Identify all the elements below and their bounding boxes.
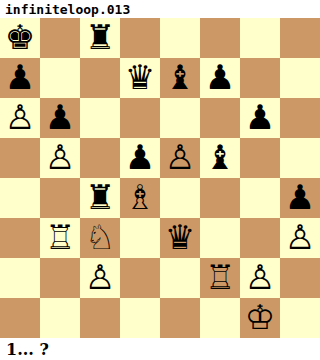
square-c6[interactable]: [80, 98, 120, 138]
square-f2[interactable]: ♖: [200, 258, 240, 298]
square-g8[interactable]: [240, 18, 280, 58]
square-d4[interactable]: ♗: [120, 178, 160, 218]
square-h6[interactable]: [280, 98, 320, 138]
square-f1[interactable]: [200, 298, 240, 338]
square-b2[interactable]: [40, 258, 80, 298]
square-g5[interactable]: [240, 138, 280, 178]
piece-black-pawn: ♟: [205, 57, 235, 97]
square-e1[interactable]: [160, 298, 200, 338]
square-g2[interactable]: ♙: [240, 258, 280, 298]
square-a7[interactable]: ♟: [0, 58, 40, 98]
square-f7[interactable]: ♟: [200, 58, 240, 98]
piece-black-queen: ♛: [165, 217, 195, 257]
square-e4[interactable]: [160, 178, 200, 218]
square-c7[interactable]: [80, 58, 120, 98]
square-c8[interactable]: ♜: [80, 18, 120, 58]
move-prompt: 1... ?: [0, 338, 320, 360]
square-f5[interactable]: ♝: [200, 138, 240, 178]
square-h2[interactable]: [280, 258, 320, 298]
piece-white-pawn: ♙: [165, 137, 195, 177]
square-b3[interactable]: ♖: [40, 218, 80, 258]
square-c4[interactable]: ♜: [80, 178, 120, 218]
square-f6[interactable]: [200, 98, 240, 138]
square-a2[interactable]: [0, 258, 40, 298]
piece-black-bishop: ♝: [165, 57, 195, 97]
square-a4[interactable]: [0, 178, 40, 218]
square-b1[interactable]: [40, 298, 80, 338]
chess-board: ♚♜♟♛♝♟♙♟♟♙♟♙♝♜♗♟♖♘♛♙♙♖♙♔: [0, 18, 320, 338]
piece-black-pawn: ♟: [245, 97, 275, 137]
square-g7[interactable]: [240, 58, 280, 98]
piece-white-king: ♔: [245, 297, 275, 337]
piece-black-rook: ♜: [85, 17, 115, 57]
square-d1[interactable]: [120, 298, 160, 338]
piece-black-pawn: ♟: [45, 97, 75, 137]
piece-white-pawn: ♙: [245, 257, 275, 297]
square-e5[interactable]: ♙: [160, 138, 200, 178]
square-a5[interactable]: [0, 138, 40, 178]
square-b7[interactable]: [40, 58, 80, 98]
square-e6[interactable]: [160, 98, 200, 138]
square-d7[interactable]: ♛: [120, 58, 160, 98]
square-h3[interactable]: ♙: [280, 218, 320, 258]
square-d5[interactable]: ♟: [120, 138, 160, 178]
square-f4[interactable]: [200, 178, 240, 218]
piece-white-pawn: ♙: [5, 97, 35, 137]
square-h4[interactable]: ♟: [280, 178, 320, 218]
piece-white-rook: ♖: [45, 217, 75, 257]
square-d3[interactable]: [120, 218, 160, 258]
piece-white-rook: ♖: [205, 257, 235, 297]
piece-black-pawn: ♟: [5, 57, 35, 97]
piece-black-queen: ♛: [125, 57, 155, 97]
square-e2[interactable]: [160, 258, 200, 298]
square-h8[interactable]: [280, 18, 320, 58]
piece-white-knight: ♘: [85, 217, 115, 257]
square-h1[interactable]: [280, 298, 320, 338]
square-h5[interactable]: [280, 138, 320, 178]
square-d8[interactable]: [120, 18, 160, 58]
piece-black-king: ♚: [5, 17, 35, 57]
square-c5[interactable]: [80, 138, 120, 178]
square-e8[interactable]: [160, 18, 200, 58]
square-h7[interactable]: [280, 58, 320, 98]
piece-white-pawn: ♙: [85, 257, 115, 297]
piece-black-bishop: ♝: [205, 137, 235, 177]
square-d6[interactable]: [120, 98, 160, 138]
square-a3[interactable]: [0, 218, 40, 258]
square-a8[interactable]: ♚: [0, 18, 40, 58]
square-a1[interactable]: [0, 298, 40, 338]
square-b8[interactable]: [40, 18, 80, 58]
square-c3[interactable]: ♘: [80, 218, 120, 258]
square-f3[interactable]: [200, 218, 240, 258]
square-g1[interactable]: ♔: [240, 298, 280, 338]
square-a6[interactable]: ♙: [0, 98, 40, 138]
piece-white-pawn: ♙: [45, 137, 75, 177]
piece-black-pawn: ♟: [125, 137, 155, 177]
square-c2[interactable]: ♙: [80, 258, 120, 298]
piece-black-pawn: ♟: [285, 177, 315, 217]
puzzle-title: infiniteloop.013: [0, 0, 320, 18]
piece-white-bishop: ♗: [125, 177, 155, 217]
square-b5[interactable]: ♙: [40, 138, 80, 178]
square-b4[interactable]: [40, 178, 80, 218]
square-g3[interactable]: [240, 218, 280, 258]
square-e7[interactable]: ♝: [160, 58, 200, 98]
square-b6[interactable]: ♟: [40, 98, 80, 138]
square-g6[interactable]: ♟: [240, 98, 280, 138]
square-f8[interactable]: [200, 18, 240, 58]
piece-black-rook: ♜: [85, 177, 115, 217]
square-c1[interactable]: [80, 298, 120, 338]
square-e3[interactable]: ♛: [160, 218, 200, 258]
square-d2[interactable]: [120, 258, 160, 298]
piece-white-pawn: ♙: [285, 217, 315, 257]
square-g4[interactable]: [240, 178, 280, 218]
